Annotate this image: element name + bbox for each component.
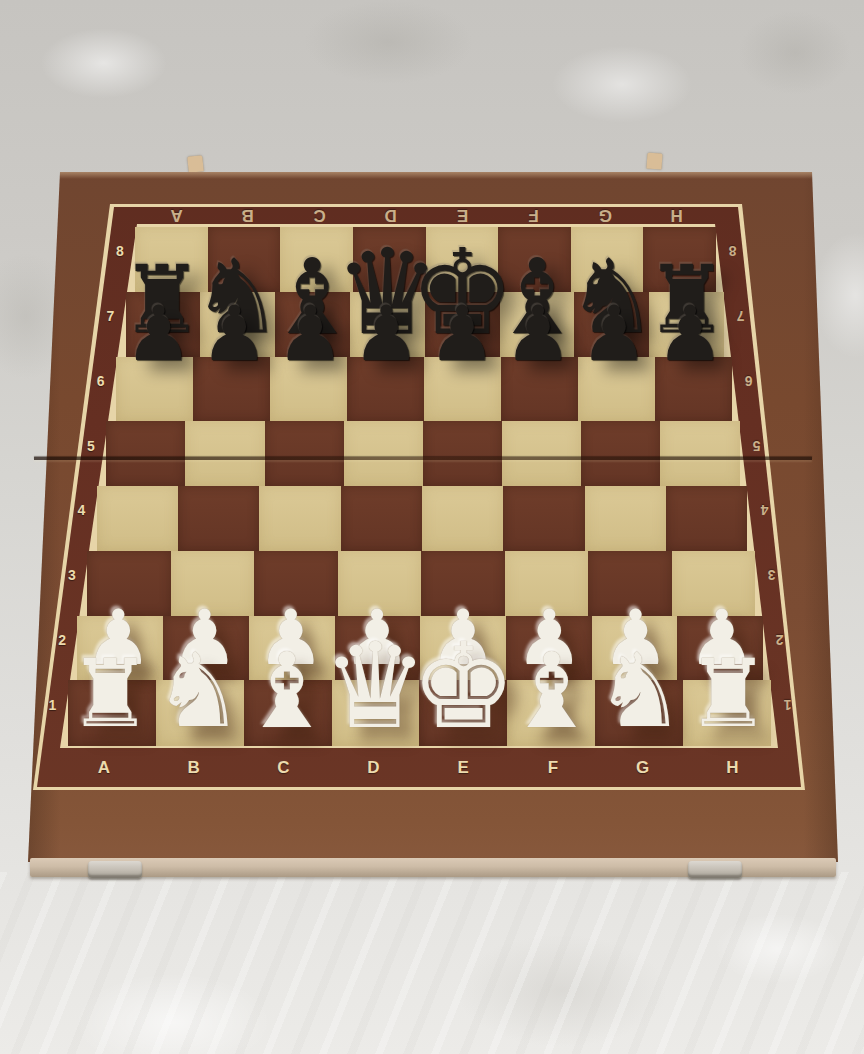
piece-white-king-e1[interactable]: ♚ [410, 627, 516, 745]
rank-label-2-left: 2 [58, 632, 67, 648]
square-e5[interactable] [423, 421, 502, 486]
piece-white-knight-g1[interactable]: ♞ [594, 640, 685, 742]
square-h4[interactable] [666, 486, 747, 551]
square-a4[interactable] [97, 486, 178, 551]
piece-black-pawn-h7[interactable]: ♟ [656, 296, 724, 372]
rank-label-6-right: 6 [743, 373, 752, 389]
rank-label-7-right: 7 [735, 308, 744, 324]
square-g4[interactable] [585, 486, 666, 551]
rank-label-7-left: 7 [106, 308, 115, 324]
piece-white-knight-b1[interactable]: ♞ [153, 640, 244, 742]
file-label-f-top: F [528, 205, 539, 225]
file-label-a-top: A [169, 205, 182, 225]
rank-row-5 [106, 421, 739, 486]
hinge-icon [88, 861, 142, 878]
file-label-d-bottom: D [367, 758, 380, 778]
rank-label-6-left: 6 [97, 373, 106, 389]
rank-label-5-left: 5 [87, 438, 96, 454]
rank-label-2-right: 2 [775, 632, 784, 648]
square-f5[interactable] [502, 421, 581, 486]
piece-black-pawn-b7[interactable]: ♟ [200, 296, 268, 372]
file-label-e-top: E [456, 205, 468, 225]
rank-label-4-right: 4 [759, 502, 768, 518]
photo-of-chess-set: { "game": "chess", "scene_title": "Foldi… [0, 0, 864, 1054]
square-d4[interactable] [341, 486, 422, 551]
piece-black-pawn-f7[interactable]: ♟ [504, 296, 572, 372]
square-h5[interactable] [660, 421, 739, 486]
file-label-d-top: D [384, 205, 397, 225]
rank-label-1-right: 1 [783, 697, 792, 713]
piece-black-pawn-d7[interactable]: ♟ [352, 296, 420, 372]
rank-label-3-left: 3 [68, 567, 77, 583]
file-label-f-bottom: F [548, 758, 559, 778]
file-label-e-bottom: E [457, 758, 469, 778]
file-label-c-bottom: C [277, 758, 290, 778]
file-label-h-bottom: H [726, 758, 739, 778]
file-label-a-bottom: A [98, 758, 111, 778]
clasp-tab-icon [646, 152, 662, 169]
square-b5[interactable] [185, 421, 264, 486]
rank-label-3-right: 3 [767, 567, 776, 583]
piece-black-pawn-e7[interactable]: ♟ [428, 296, 496, 372]
rank-label-5-right: 5 [751, 438, 760, 454]
piece-white-rook-a1[interactable]: ♜ [68, 647, 152, 741]
file-label-g-top: G [598, 205, 612, 225]
square-d5[interactable] [344, 421, 423, 486]
square-e4[interactable] [422, 486, 503, 551]
piece-black-pawn-a7[interactable]: ♟ [124, 296, 192, 372]
piece-black-pawn-c7[interactable]: ♟ [276, 296, 344, 372]
file-label-b-top: B [241, 205, 254, 225]
square-g5[interactable] [581, 421, 660, 486]
piece-white-bishop-c1[interactable]: ♝ [240, 639, 333, 743]
tablecloth-sheen [0, 872, 864, 1054]
rank-label-1-left: 1 [49, 697, 58, 713]
piece-white-bishop-f1[interactable]: ♝ [505, 639, 598, 743]
square-c5[interactable] [265, 421, 344, 486]
square-f4[interactable] [503, 486, 584, 551]
file-label-h-top: H [670, 205, 683, 225]
board-fold-seam [34, 457, 812, 460]
file-label-c-top: C [312, 205, 325, 225]
square-b4[interactable] [178, 486, 259, 551]
hinge-icon [688, 861, 742, 878]
square-a5[interactable] [106, 421, 185, 486]
clasp-tab-icon [187, 155, 204, 172]
rank-label-4-left: 4 [77, 502, 86, 518]
piece-black-pawn-g7[interactable]: ♟ [580, 296, 648, 372]
piece-white-rook-h1[interactable]: ♜ [686, 647, 770, 741]
file-label-g-bottom: G [636, 758, 650, 778]
rank-row-4 [97, 486, 748, 551]
square-c4[interactable] [259, 486, 340, 551]
file-label-b-bottom: B [188, 758, 201, 778]
